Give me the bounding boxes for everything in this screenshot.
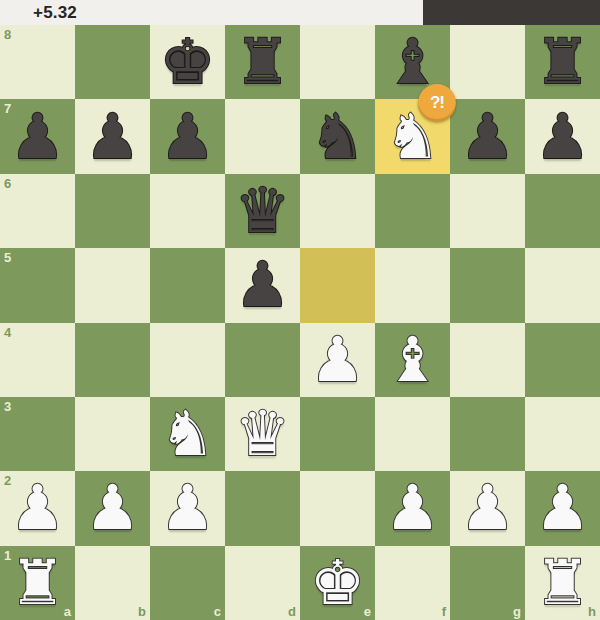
square-h7[interactable]: ♟	[525, 99, 600, 173]
square-b8[interactable]	[75, 25, 150, 99]
white-rook[interactable]: ♜	[10, 546, 66, 620]
square-b5[interactable]	[75, 248, 150, 322]
white-pawn[interactable]: ♟	[310, 323, 366, 397]
square-f3[interactable]	[375, 397, 450, 471]
square-a7[interactable]: 7♟	[0, 99, 75, 173]
square-a1[interactable]: 1a♜	[0, 546, 75, 620]
rank-label-4: 4	[4, 326, 11, 339]
square-f2[interactable]: ♟	[375, 471, 450, 545]
square-a6[interactable]: 6	[0, 174, 75, 248]
white-pawn[interactable]: ♟	[10, 471, 66, 545]
file-label-f: f	[442, 605, 446, 618]
square-d5[interactable]: ♟	[225, 248, 300, 322]
rank-label-8: 8	[4, 28, 11, 41]
black-rook[interactable]: ♜	[535, 25, 591, 99]
square-h6[interactable]	[525, 174, 600, 248]
rank-label-2: 2	[4, 474, 11, 487]
black-queen[interactable]: ♛	[235, 174, 291, 248]
chess-board[interactable]: 8♚♜♝♜7♟♟♟♞♞♟♟6♛5♟4♟♝3♞♛2♟♟♟♟♟♟1a♜bcde♚fg…	[0, 25, 600, 620]
square-b7[interactable]: ♟	[75, 99, 150, 173]
rank-label-1: 1	[4, 549, 11, 562]
square-c7[interactable]: ♟	[150, 99, 225, 173]
square-e1[interactable]: e♚	[300, 546, 375, 620]
square-h3[interactable]	[525, 397, 600, 471]
square-c1[interactable]: c	[150, 546, 225, 620]
square-b2[interactable]: ♟	[75, 471, 150, 545]
black-king[interactable]: ♚	[160, 25, 216, 99]
black-pawn[interactable]: ♟	[85, 100, 141, 174]
black-rook[interactable]: ♜	[235, 25, 291, 99]
black-pawn[interactable]: ♟	[535, 100, 591, 174]
white-pawn[interactable]: ♟	[85, 471, 141, 545]
chess-board-container: 8♚♜♝♜7♟♟♟♞♞♟♟6♛5♟4♟♝3♞♛2♟♟♟♟♟♟1a♜bcde♚fg…	[0, 25, 600, 620]
square-f5[interactable]	[375, 248, 450, 322]
square-h4[interactable]	[525, 323, 600, 397]
square-a5[interactable]: 5	[0, 248, 75, 322]
square-b4[interactable]	[75, 323, 150, 397]
square-g7[interactable]: ♟	[450, 99, 525, 173]
square-f1[interactable]: f	[375, 546, 450, 620]
white-pawn[interactable]: ♟	[535, 471, 591, 545]
file-label-a: a	[64, 605, 71, 618]
square-b3[interactable]	[75, 397, 150, 471]
square-g3[interactable]	[450, 397, 525, 471]
white-rook[interactable]: ♜	[535, 546, 591, 620]
square-g1[interactable]: g	[450, 546, 525, 620]
square-a4[interactable]: 4	[0, 323, 75, 397]
square-d3[interactable]: ♛	[225, 397, 300, 471]
file-label-b: b	[138, 605, 146, 618]
square-e2[interactable]	[300, 471, 375, 545]
square-a2[interactable]: 2♟	[0, 471, 75, 545]
square-c2[interactable]: ♟	[150, 471, 225, 545]
black-pawn[interactable]: ♟	[160, 100, 216, 174]
square-b6[interactable]	[75, 174, 150, 248]
file-label-c: c	[214, 605, 221, 618]
square-b1[interactable]: b	[75, 546, 150, 620]
square-c6[interactable]	[150, 174, 225, 248]
file-label-d: d	[288, 605, 296, 618]
square-c3[interactable]: ♞	[150, 397, 225, 471]
square-e8[interactable]	[300, 25, 375, 99]
rank-label-7: 7	[4, 102, 11, 115]
evaluation-bar: +5.32	[0, 0, 600, 25]
white-knight[interactable]: ♞	[160, 397, 216, 471]
square-c4[interactable]	[150, 323, 225, 397]
square-h8[interactable]: ♜	[525, 25, 600, 99]
square-d2[interactable]	[225, 471, 300, 545]
white-pawn[interactable]: ♟	[160, 471, 216, 545]
square-g4[interactable]	[450, 323, 525, 397]
rank-label-3: 3	[4, 400, 11, 413]
white-pawn[interactable]: ♟	[385, 471, 441, 545]
square-h2[interactable]: ♟	[525, 471, 600, 545]
white-pawn[interactable]: ♟	[460, 471, 516, 545]
rank-label-5: 5	[4, 251, 11, 264]
inaccuracy-badge: ?!	[418, 84, 456, 122]
square-e5[interactable]	[300, 248, 375, 322]
square-e3[interactable]	[300, 397, 375, 471]
square-d4[interactable]	[225, 323, 300, 397]
square-e7[interactable]: ♞	[300, 99, 375, 173]
evaluation-score: +5.32	[0, 3, 77, 23]
square-h5[interactable]	[525, 248, 600, 322]
square-f6[interactable]	[375, 174, 450, 248]
file-label-h: h	[588, 605, 596, 618]
square-g8[interactable]	[450, 25, 525, 99]
black-pawn[interactable]: ♟	[235, 248, 291, 322]
file-label-g: g	[513, 605, 521, 618]
square-g6[interactable]	[450, 174, 525, 248]
black-knight[interactable]: ♞	[310, 100, 366, 174]
square-f4[interactable]: ♝	[375, 323, 450, 397]
square-g5[interactable]	[450, 248, 525, 322]
rank-label-6: 6	[4, 177, 11, 190]
square-c8[interactable]: ♚	[150, 25, 225, 99]
square-a8[interactable]: 8	[0, 25, 75, 99]
square-d8[interactable]: ♜	[225, 25, 300, 99]
square-g2[interactable]: ♟	[450, 471, 525, 545]
square-e4[interactable]: ♟	[300, 323, 375, 397]
square-d1[interactable]: d	[225, 546, 300, 620]
square-c5[interactable]	[150, 248, 225, 322]
white-queen[interactable]: ♛	[235, 397, 291, 471]
square-d7[interactable]	[225, 99, 300, 173]
white-bishop[interactable]: ♝	[385, 323, 441, 397]
file-label-e: e	[364, 605, 371, 618]
black-pawn[interactable]: ♟	[10, 100, 66, 174]
square-e6[interactable]	[300, 174, 375, 248]
white-king[interactable]: ♚	[310, 546, 366, 620]
square-h1[interactable]: h♜	[525, 546, 600, 620]
square-a3[interactable]: 3	[0, 397, 75, 471]
black-pawn[interactable]: ♟	[460, 100, 516, 174]
evaluation-bar-black-segment	[423, 0, 600, 25]
square-d6[interactable]: ♛	[225, 174, 300, 248]
